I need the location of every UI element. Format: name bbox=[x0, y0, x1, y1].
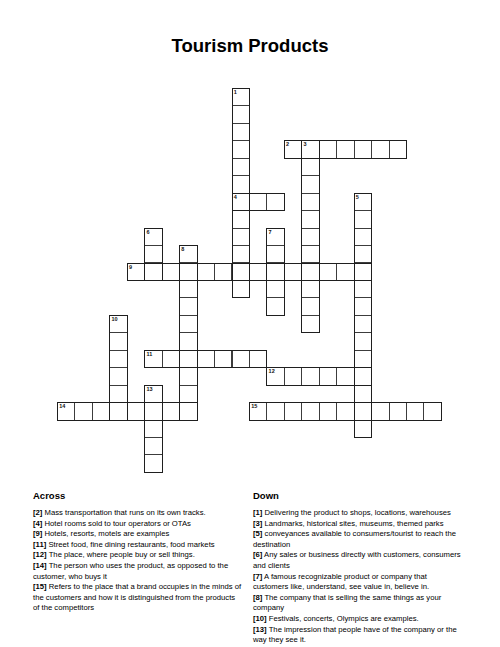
grid-cell-r16c3[interactable] bbox=[109, 367, 127, 385]
down-clue-3: [3] Landmarks, historical sites, museums… bbox=[253, 519, 473, 530]
grid-cell-r8c14[interactable] bbox=[301, 228, 319, 246]
cell-number: 14 bbox=[59, 403, 65, 410]
cell-number: 10 bbox=[112, 316, 118, 323]
grid-cell-r13c17[interactable] bbox=[354, 315, 372, 333]
grid-cell-r18c18[interactable] bbox=[371, 402, 389, 420]
grid-cell-r15c10[interactable] bbox=[232, 350, 250, 368]
clue-number: [4] bbox=[33, 519, 42, 528]
cell-number: 8 bbox=[181, 246, 184, 253]
clue-number: [2] bbox=[33, 508, 42, 517]
grid-cell-r16c7[interactable] bbox=[179, 367, 197, 385]
clue-text: Street food, fine dining restaurants, fo… bbox=[46, 540, 214, 549]
grid-cell-r18c13[interactable] bbox=[284, 402, 302, 420]
grid-cell-r10c10[interactable] bbox=[232, 263, 250, 281]
cell-number: 15 bbox=[251, 403, 257, 410]
grid-cell-r15c3[interactable] bbox=[109, 350, 127, 368]
grid-cell-r16c13[interactable] bbox=[284, 367, 302, 385]
grid-cell-r8c5[interactable]: 6 bbox=[144, 228, 162, 246]
cell-number: 12 bbox=[269, 368, 275, 375]
grid-cell-r10c16[interactable] bbox=[336, 263, 354, 281]
grid-cell-r8c17[interactable] bbox=[354, 228, 372, 246]
grid-cell-r3c14[interactable]: 3 bbox=[301, 140, 319, 158]
grid-cell-r3c19[interactable] bbox=[389, 140, 407, 158]
grid-cell-r6c14[interactable] bbox=[301, 193, 319, 211]
across-header: Across bbox=[33, 490, 249, 501]
grid-cell-r15c17[interactable] bbox=[354, 350, 372, 368]
grid-cell-r6c17[interactable]: 5 bbox=[354, 193, 372, 211]
grid-cell-r18c5[interactable] bbox=[144, 402, 162, 420]
clue-number: [7] bbox=[253, 572, 262, 581]
clue-text: Delivering the product to shops, locatio… bbox=[262, 508, 450, 517]
clue-number: [10] bbox=[253, 614, 267, 623]
grid-cell-r11c17[interactable] bbox=[354, 280, 372, 298]
grid-cell-r15c9[interactable] bbox=[214, 350, 232, 368]
grid-cell-r9c14[interactable] bbox=[301, 245, 319, 263]
clue-text: The impression that people have of the c… bbox=[253, 625, 457, 645]
cell-number: 13 bbox=[146, 386, 152, 393]
grid-cell-r14c7[interactable] bbox=[179, 332, 197, 350]
cell-number: 11 bbox=[146, 351, 152, 358]
clue-number: [13] bbox=[253, 625, 267, 634]
cell-number: 1 bbox=[234, 89, 237, 96]
grid-cell-r18c7[interactable] bbox=[179, 402, 197, 420]
grid-cell-r18c14[interactable] bbox=[301, 402, 319, 420]
grid-cell-r3c16[interactable] bbox=[336, 140, 354, 158]
down-clue-6: [6] Any sales or business directly with … bbox=[253, 550, 473, 571]
clue-number: [3] bbox=[253, 519, 262, 528]
grid-cell-r6c11[interactable] bbox=[249, 193, 267, 211]
grid-cell-r5c10[interactable] bbox=[232, 175, 250, 193]
grid-cell-r17c5[interactable]: 13 bbox=[144, 385, 162, 403]
grid-cell-r20c5[interactable] bbox=[144, 437, 162, 455]
grid-cell-r3c18[interactable] bbox=[371, 140, 389, 158]
clue-text: Any sales or business directly with cust… bbox=[253, 550, 461, 570]
grid-cell-r9c17[interactable] bbox=[354, 245, 372, 263]
grid-cell-r13c7[interactable] bbox=[179, 315, 197, 333]
grid-cell-r18c12[interactable] bbox=[266, 402, 284, 420]
grid-cell-r19c5[interactable] bbox=[144, 420, 162, 438]
down-clue-5: [5] conveyances available to consumers/t… bbox=[253, 529, 473, 550]
across-clue-15: [15] Refers to the place that a brand oc… bbox=[33, 582, 249, 614]
clue-number: [15] bbox=[33, 582, 47, 591]
clues-down-section: Down [1] Delivering the product to shops… bbox=[253, 490, 473, 646]
grid-cell-r18c1[interactable] bbox=[74, 402, 92, 420]
clue-number: [11] bbox=[33, 540, 46, 549]
grid-cell-r16c12[interactable]: 12 bbox=[266, 367, 284, 385]
grid-cell-r15c5[interactable]: 11 bbox=[144, 350, 162, 368]
grid-cell-r11c12[interactable] bbox=[266, 280, 284, 298]
grid-cell-r12c14[interactable] bbox=[301, 297, 319, 315]
grid-cell-r18c16[interactable] bbox=[336, 402, 354, 420]
grid-cell-r18c11[interactable]: 15 bbox=[249, 402, 267, 420]
grid-cell-r10c14[interactable] bbox=[301, 263, 319, 281]
cell-number: 9 bbox=[129, 264, 132, 271]
clue-text: Refers to the place that a brand occupie… bbox=[33, 582, 241, 612]
grid-cell-r18c3[interactable] bbox=[109, 402, 127, 420]
grid-cell-r17c17[interactable] bbox=[354, 385, 372, 403]
cell-number: 5 bbox=[356, 194, 359, 201]
grid-cell-r10c13[interactable] bbox=[284, 263, 302, 281]
across-clue-2: [2] Mass transportation that runs on its… bbox=[33, 508, 249, 519]
grid-cell-r15c8[interactable] bbox=[197, 350, 215, 368]
clue-text: The person who uses the product, as oppo… bbox=[33, 561, 228, 581]
clue-text: Landmarks, historical sites, museums, th… bbox=[262, 519, 443, 528]
grid-cell-r16c17[interactable] bbox=[354, 367, 372, 385]
grid-cell-r15c6[interactable] bbox=[162, 350, 180, 368]
clue-number: [14] bbox=[33, 561, 47, 570]
clue-text: The company that is selling the same thi… bbox=[253, 593, 441, 613]
grid-cell-r10c11[interactable] bbox=[249, 263, 267, 281]
grid-cell-r10c9[interactable] bbox=[214, 263, 232, 281]
grid-cell-r11c10[interactable] bbox=[232, 280, 250, 298]
down-clue-list: [1] Delivering the product to shops, loc… bbox=[253, 508, 473, 646]
grid-cell-r3c15[interactable] bbox=[319, 140, 337, 158]
down-clue-8: [8] The company that is selling the same… bbox=[253, 593, 473, 614]
grid-cell-r18c4[interactable] bbox=[127, 402, 145, 420]
grid-cell-r4c14[interactable] bbox=[301, 158, 319, 176]
grid-cell-r7c14[interactable] bbox=[301, 210, 319, 228]
grid-cell-r11c14[interactable] bbox=[301, 280, 319, 298]
grid-cell-r1c10[interactable] bbox=[232, 105, 250, 123]
grid-cell-r17c7[interactable] bbox=[179, 385, 197, 403]
grid-cell-r13c3[interactable]: 10 bbox=[109, 315, 127, 333]
grid-cell-r14c3[interactable] bbox=[109, 332, 127, 350]
down-clue-7: [7] A famous recognizable product or com… bbox=[253, 572, 473, 593]
grid-cell-r18c21[interactable] bbox=[423, 402, 441, 420]
clue-number: [6] bbox=[253, 550, 262, 559]
grid-cell-r18c15[interactable] bbox=[319, 402, 337, 420]
grid-cell-r18c6[interactable] bbox=[162, 402, 180, 420]
grid-cell-r18c17[interactable] bbox=[354, 402, 372, 420]
grid-cell-r3c13[interactable]: 2 bbox=[284, 140, 302, 158]
across-clue-14: [14] The person who uses the product, as… bbox=[33, 561, 249, 582]
cell-number: 6 bbox=[146, 229, 149, 236]
grid-cell-r12c12[interactable] bbox=[266, 297, 284, 315]
grid-cell-r10c4[interactable]: 9 bbox=[127, 263, 145, 281]
across-clue-12: [12] The place, where people buy or sell… bbox=[33, 550, 249, 561]
grid-cell-r13c14[interactable] bbox=[301, 315, 319, 333]
down-clue-13: [13] The impression that people have of … bbox=[253, 625, 473, 646]
grid-cell-r18c0[interactable]: 14 bbox=[57, 402, 75, 420]
grid-cell-r12c7[interactable] bbox=[179, 297, 197, 315]
grid-cell-r10c15[interactable] bbox=[319, 263, 337, 281]
clue-number: [5] bbox=[253, 529, 262, 538]
grid-cell-r14c17[interactable] bbox=[354, 332, 372, 350]
cell-number: 4 bbox=[234, 194, 237, 201]
grid-cell-r15c11[interactable] bbox=[249, 350, 267, 368]
grid-cell-r4c10[interactable] bbox=[232, 158, 250, 176]
grid-cell-r9c5[interactable] bbox=[144, 245, 162, 263]
grid-cell-r10c7[interactable] bbox=[179, 263, 197, 281]
clue-text: Festivals, concerts, Olympics are exampl… bbox=[267, 614, 419, 623]
clue-number: [9] bbox=[33, 529, 42, 538]
cell-number: 7 bbox=[269, 229, 272, 236]
grid-cell-r0c10[interactable]: 1 bbox=[232, 88, 250, 106]
grid-cell-r9c10[interactable] bbox=[232, 245, 250, 263]
grid-cell-r10c8[interactable] bbox=[197, 263, 215, 281]
grid-cell-r18c2[interactable] bbox=[92, 402, 110, 420]
grid-cell-r16c14[interactable] bbox=[301, 367, 319, 385]
clues-across-section: Across [2] Mass transportation that runs… bbox=[33, 490, 249, 614]
cell-number: 2 bbox=[286, 141, 289, 148]
down-header: Down bbox=[253, 490, 473, 501]
grid-cell-r15c7[interactable] bbox=[179, 350, 197, 368]
grid-cell-r10c6[interactable] bbox=[162, 263, 180, 281]
across-clue-9: [9] Hotels, resorts, motels are examples bbox=[33, 529, 249, 540]
clue-text: Hotels, resorts, motels are examples bbox=[42, 529, 169, 538]
clue-number: [12] bbox=[33, 550, 47, 559]
cell-number: 3 bbox=[303, 141, 306, 148]
down-clue-1: [1] Delivering the product to shops, loc… bbox=[253, 508, 473, 519]
clue-text: Hotel rooms sold to tour operators or OT… bbox=[42, 519, 191, 528]
grid-cell-r3c10[interactable] bbox=[232, 140, 250, 158]
grid-cell-r18c19[interactable] bbox=[389, 402, 407, 420]
clue-text: conveyances available to consumers/touri… bbox=[253, 529, 456, 549]
grid-cell-r17c3[interactable] bbox=[109, 385, 127, 403]
grid-cell-r16c16[interactable] bbox=[336, 367, 354, 385]
grid-cell-r2c10[interactable] bbox=[232, 123, 250, 141]
grid-cell-r6c12[interactable] bbox=[266, 193, 284, 211]
grid-cell-r9c12[interactable] bbox=[266, 245, 284, 263]
grid-cell-r21c5[interactable] bbox=[144, 454, 162, 472]
clue-text: The place, where people buy or sell thin… bbox=[47, 550, 195, 559]
grid-cell-r10c17[interactable] bbox=[354, 263, 372, 281]
crossword-grid: 123456789101112131415 bbox=[57, 88, 442, 473]
clue-number: [1] bbox=[253, 508, 262, 517]
across-clue-list: [2] Mass transportation that runs on its… bbox=[33, 508, 249, 614]
clue-number: [8] bbox=[253, 593, 262, 602]
grid-cell-r8c12[interactable]: 7 bbox=[266, 228, 284, 246]
clue-text: A famous recognizable product or company… bbox=[253, 572, 429, 592]
grid-cell-r5c14[interactable] bbox=[301, 175, 319, 193]
grid-cell-r10c5[interactable] bbox=[144, 263, 162, 281]
grid-cell-r9c7[interactable]: 8 bbox=[179, 245, 197, 263]
grid-cell-r16c15[interactable] bbox=[319, 367, 337, 385]
grid-cell-r6c10[interactable]: 4 bbox=[232, 193, 250, 211]
grid-cell-r18c20[interactable] bbox=[406, 402, 424, 420]
grid-cell-r7c17[interactable] bbox=[354, 210, 372, 228]
grid-cell-r11c7[interactable] bbox=[179, 280, 197, 298]
page: Tourism Products 123456789101112131415 A… bbox=[0, 0, 500, 647]
grid-cell-r8c10[interactable] bbox=[232, 228, 250, 246]
grid-cell-r19c17[interactable] bbox=[354, 420, 372, 438]
grid-cell-r7c10[interactable] bbox=[232, 210, 250, 228]
across-clue-4: [4] Hotel rooms sold to tour operators o… bbox=[33, 519, 249, 530]
clue-text: Mass transportation that runs on its own… bbox=[42, 508, 205, 517]
across-clue-11: [11] Street food, fine dining restaurant… bbox=[33, 540, 249, 551]
down-clue-10: [10] Festivals, concerts, Olympics are e… bbox=[253, 614, 473, 625]
grid-cell-r3c17[interactable] bbox=[354, 140, 372, 158]
puzzle-title: Tourism Products bbox=[0, 35, 500, 57]
grid-cell-r10c12[interactable] bbox=[266, 263, 284, 281]
grid-cell-r12c17[interactable] bbox=[354, 297, 372, 315]
